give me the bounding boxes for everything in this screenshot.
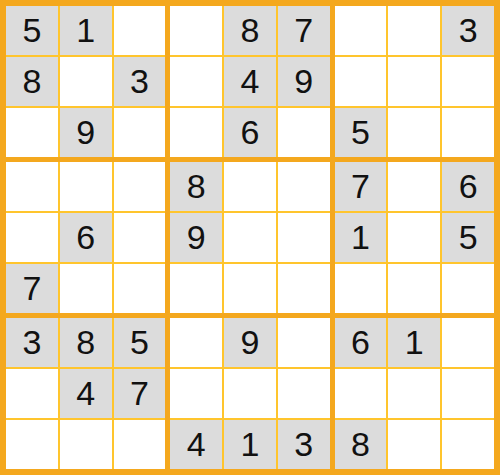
cell-r9c6[interactable]: 3 [278, 420, 330, 469]
sudoku-box-2: 35 [335, 6, 494, 157]
cell-r2c8[interactable] [388, 57, 440, 106]
cell-r7c2[interactable]: 8 [60, 318, 112, 367]
sudoku-box-4: 89 [170, 162, 329, 313]
sudoku-box-1: 87496 [170, 6, 329, 157]
sudoku-box-3: 67 [6, 162, 165, 313]
cell-r5c2[interactable]: 6 [60, 213, 112, 262]
cell-r9c9[interactable] [442, 420, 494, 469]
cell-r6c9[interactable] [442, 264, 494, 313]
cell-r7c4[interactable] [170, 318, 222, 367]
cell-r2c1[interactable]: 8 [6, 57, 58, 106]
cell-r7c7[interactable]: 6 [335, 318, 387, 367]
cell-r2c4[interactable] [170, 57, 222, 106]
cell-r3c4[interactable] [170, 108, 222, 157]
cell-r1c1[interactable]: 5 [6, 6, 58, 55]
cell-r2c5[interactable]: 4 [224, 57, 276, 106]
cell-r8c2[interactable]: 4 [60, 369, 112, 418]
cell-r3c3[interactable] [114, 108, 166, 157]
cell-r8c8[interactable] [388, 369, 440, 418]
cell-r5c8[interactable] [388, 213, 440, 262]
cell-r2c3[interactable]: 3 [114, 57, 166, 106]
cell-r7c9[interactable] [442, 318, 494, 367]
cell-r8c5[interactable] [224, 369, 276, 418]
cell-r5c7[interactable]: 1 [335, 213, 387, 262]
cell-r4c9[interactable]: 6 [442, 162, 494, 211]
cell-r1c6[interactable]: 7 [278, 6, 330, 55]
cell-r1c9[interactable]: 3 [442, 6, 494, 55]
cell-r4c1[interactable] [6, 162, 58, 211]
cell-r8c3[interactable]: 7 [114, 369, 166, 418]
cell-r2c9[interactable] [442, 57, 494, 106]
cell-r3c8[interactable] [388, 108, 440, 157]
cell-r5c5[interactable] [224, 213, 276, 262]
sudoku-box-5: 7615 [335, 162, 494, 313]
cell-r5c1[interactable] [6, 213, 58, 262]
cell-r7c3[interactable]: 5 [114, 318, 166, 367]
cell-r9c7[interactable]: 8 [335, 420, 387, 469]
cell-r5c9[interactable]: 5 [442, 213, 494, 262]
cell-r1c4[interactable] [170, 6, 222, 55]
sudoku-box-8: 618 [335, 318, 494, 469]
cell-r4c2[interactable] [60, 162, 112, 211]
cell-r4c4[interactable]: 8 [170, 162, 222, 211]
sudoku-box-0: 51839 [6, 6, 165, 157]
sudoku-box-6: 38547 [6, 318, 165, 469]
cell-r2c7[interactable] [335, 57, 387, 106]
cell-r2c2[interactable] [60, 57, 112, 106]
cell-r4c5[interactable] [224, 162, 276, 211]
cell-r3c1[interactable] [6, 108, 58, 157]
cell-r5c3[interactable] [114, 213, 166, 262]
cell-r8c9[interactable] [442, 369, 494, 418]
cell-r6c6[interactable] [278, 264, 330, 313]
cell-r3c6[interactable] [278, 108, 330, 157]
cell-r6c4[interactable] [170, 264, 222, 313]
cell-r1c5[interactable]: 8 [224, 6, 276, 55]
cell-r4c8[interactable] [388, 162, 440, 211]
sudoku-box-7: 9413 [170, 318, 329, 469]
cell-r6c5[interactable] [224, 264, 276, 313]
cell-r7c6[interactable] [278, 318, 330, 367]
cell-r4c6[interactable] [278, 162, 330, 211]
cell-r2c6[interactable]: 9 [278, 57, 330, 106]
cell-r1c8[interactable] [388, 6, 440, 55]
cell-r6c3[interactable] [114, 264, 166, 313]
cell-r6c2[interactable] [60, 264, 112, 313]
cell-r9c4[interactable]: 4 [170, 420, 222, 469]
cell-r8c6[interactable] [278, 369, 330, 418]
cell-r9c5[interactable]: 1 [224, 420, 276, 469]
cell-r3c2[interactable]: 9 [60, 108, 112, 157]
cell-r3c7[interactable]: 5 [335, 108, 387, 157]
cell-r9c8[interactable] [388, 420, 440, 469]
cell-r6c7[interactable] [335, 264, 387, 313]
cell-r5c4[interactable]: 9 [170, 213, 222, 262]
cell-r3c9[interactable] [442, 108, 494, 157]
cell-r9c1[interactable] [6, 420, 58, 469]
cell-r8c4[interactable] [170, 369, 222, 418]
cell-r6c1[interactable]: 7 [6, 264, 58, 313]
cell-r7c5[interactable]: 9 [224, 318, 276, 367]
sudoku-board: 51839874963567897615385479413618 [0, 0, 500, 475]
cell-r8c1[interactable] [6, 369, 58, 418]
cell-r4c7[interactable]: 7 [335, 162, 387, 211]
cell-r7c8[interactable]: 1 [388, 318, 440, 367]
cell-r4c3[interactable] [114, 162, 166, 211]
cell-r9c3[interactable] [114, 420, 166, 469]
cell-r9c2[interactable] [60, 420, 112, 469]
cell-r5c6[interactable] [278, 213, 330, 262]
cell-r7c1[interactable]: 3 [6, 318, 58, 367]
cell-r6c8[interactable] [388, 264, 440, 313]
cell-r8c7[interactable] [335, 369, 387, 418]
cell-r1c3[interactable] [114, 6, 166, 55]
cell-r3c5[interactable]: 6 [224, 108, 276, 157]
cell-r1c2[interactable]: 1 [60, 6, 112, 55]
cell-r1c7[interactable] [335, 6, 387, 55]
